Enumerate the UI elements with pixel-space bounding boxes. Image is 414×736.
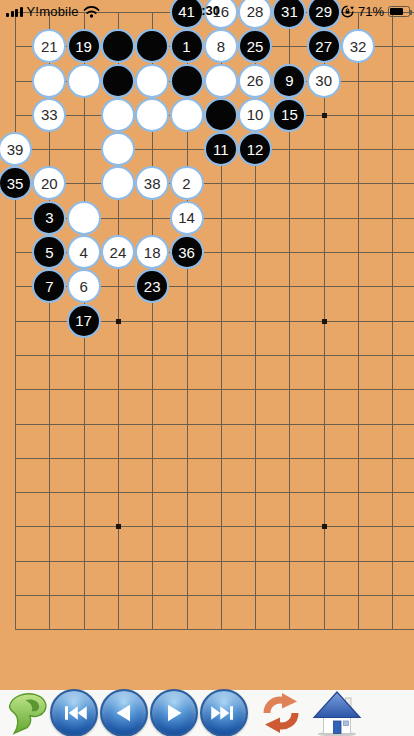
stone-black	[101, 64, 135, 98]
status-bar-right: 71%	[341, 0, 410, 22]
stone-white	[135, 64, 169, 98]
grid-line-v	[358, 12, 359, 630]
stone-black	[170, 64, 204, 98]
stone-white-4: 4	[67, 235, 101, 269]
stone-black	[101, 29, 135, 63]
home-icon	[312, 690, 362, 736]
green-back-arrow-button[interactable]	[6, 691, 50, 735]
move-number: 26	[247, 73, 264, 88]
move-number: 30	[315, 73, 332, 88]
move-number: 4	[79, 245, 87, 260]
stone-white	[101, 166, 135, 200]
skip-to-start-icon	[59, 698, 89, 728]
move-number: 10	[247, 107, 264, 122]
star-point	[322, 113, 327, 118]
step-forward-button[interactable]	[150, 689, 198, 736]
stone-white	[101, 132, 135, 166]
step-forward-icon	[159, 698, 189, 728]
grid-line-h	[15, 561, 414, 562]
stone-white-30: 30	[307, 64, 341, 98]
move-number: 36	[178, 245, 195, 260]
stone-black-36: 36	[170, 235, 204, 269]
grid-line-h	[15, 492, 414, 493]
move-number: 38	[144, 176, 161, 191]
stone-black-27: 27	[307, 29, 341, 63]
move-number: 7	[45, 279, 53, 294]
home-button[interactable]	[312, 690, 362, 736]
stone-white	[204, 64, 238, 98]
battery-icon	[388, 6, 410, 17]
move-number: 32	[350, 39, 367, 54]
move-number: 5	[45, 245, 53, 260]
stone-black	[135, 29, 169, 63]
step-back-button[interactable]	[100, 689, 148, 736]
move-number: 8	[217, 39, 225, 54]
grid-line-h	[15, 389, 414, 390]
move-number: 3	[45, 210, 53, 225]
move-number: 11	[213, 142, 229, 157]
stone-white-2: 2	[170, 166, 204, 200]
move-number: 33	[41, 107, 58, 122]
move-number: 24	[110, 245, 127, 260]
move-number: 27	[315, 39, 332, 54]
move-number: 35	[7, 176, 24, 191]
stone-white-8: 8	[204, 29, 238, 63]
move-number: 25	[247, 39, 264, 54]
star-point	[116, 524, 121, 529]
stone-black-9: 9	[272, 64, 306, 98]
grid-line-h	[15, 629, 414, 630]
battery-percent: 71%	[358, 4, 384, 19]
stone-white-6: 6	[67, 269, 101, 303]
rotate-button[interactable]	[258, 691, 304, 735]
grid-line-h	[15, 355, 414, 356]
rotate-icon	[258, 691, 304, 735]
stone-white-24: 24	[101, 235, 135, 269]
stone-white	[67, 201, 101, 235]
stone-white-21: 21	[32, 29, 66, 63]
stone-white-10: 10	[238, 98, 272, 132]
skip-to-start-button[interactable]	[50, 689, 98, 736]
move-number: 19	[75, 39, 92, 54]
grid-line-v	[392, 12, 393, 630]
stone-black-1: 1	[170, 29, 204, 63]
green-arrow-icon	[6, 691, 50, 735]
status-bar: Y!mobile 1:30 71%	[0, 0, 414, 22]
move-number: 17	[75, 313, 92, 328]
stone-white	[135, 98, 169, 132]
grid-line-h	[15, 183, 414, 184]
stone-black-3: 3	[32, 201, 66, 235]
grid-line-h	[15, 595, 414, 596]
step-back-icon	[109, 698, 139, 728]
orientation-lock-icon	[341, 5, 354, 18]
stone-black-11: 11	[204, 132, 238, 166]
grid-line-h	[15, 526, 414, 527]
star-point	[116, 319, 121, 324]
move-number: 2	[182, 176, 190, 191]
move-number: 21	[41, 39, 58, 54]
move-number: 39	[7, 142, 24, 157]
move-number: 12	[247, 142, 264, 157]
stone-black-23: 23	[135, 269, 169, 303]
star-point	[322, 524, 327, 529]
stone-white-32: 32	[341, 29, 375, 63]
stone-white-39: 39	[0, 132, 32, 166]
stone-black-7: 7	[32, 269, 66, 303]
stone-black-35: 35	[0, 166, 32, 200]
stone-black-17: 17	[67, 304, 101, 338]
stone-black	[204, 98, 238, 132]
skip-to-end-button[interactable]	[200, 689, 248, 736]
stone-black-12: 12	[238, 132, 272, 166]
go-board[interactable]: 4116283129211918252732269303310153911123…	[0, 0, 414, 690]
move-number: 14	[178, 210, 195, 225]
stone-white-33: 33	[32, 98, 66, 132]
stone-black-5: 5	[32, 235, 66, 269]
move-number: 1	[182, 39, 190, 54]
move-number: 23	[144, 279, 161, 294]
move-number: 6	[79, 279, 87, 294]
move-number: 20	[41, 176, 58, 191]
move-number: 18	[144, 245, 161, 260]
toolbar	[0, 690, 414, 736]
stone-white	[32, 64, 66, 98]
grid-line-v	[15, 12, 16, 630]
screen: 4116283129211918252732269303310153911123…	[0, 0, 414, 736]
grid-line-h	[15, 458, 414, 459]
stone-white-26: 26	[238, 64, 272, 98]
move-number: 15	[281, 107, 298, 122]
star-point	[322, 319, 327, 324]
skip-to-end-icon	[209, 698, 239, 728]
stone-white	[170, 98, 204, 132]
stone-black-25: 25	[238, 29, 272, 63]
stone-white-18: 18	[135, 235, 169, 269]
move-number: 9	[285, 73, 293, 88]
grid-line-h	[15, 424, 414, 425]
stone-black-19: 19	[67, 29, 101, 63]
stone-black-15: 15	[272, 98, 306, 132]
stone-white	[67, 64, 101, 98]
stone-white	[101, 98, 135, 132]
stone-white-38: 38	[135, 166, 169, 200]
stone-white-14: 14	[170, 201, 204, 235]
stone-white-20: 20	[32, 166, 66, 200]
